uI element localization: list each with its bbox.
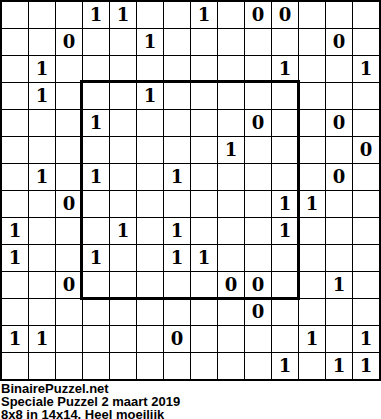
cell-r6c2[interactable]	[29, 137, 55, 163]
cell-r4c14[interactable]	[353, 83, 379, 109]
cell-r6c7[interactable]	[164, 137, 190, 163]
cell-r12c3[interactable]	[56, 299, 82, 325]
cell-r3c14: 1	[353, 56, 379, 82]
cell-r7c7: 1	[164, 164, 190, 190]
cell-r7c9[interactable]	[218, 164, 244, 190]
cell-r6c3[interactable]	[56, 137, 82, 163]
cell-r7c14[interactable]	[353, 164, 379, 190]
cell-r11c5[interactable]	[110, 272, 136, 298]
cell-r13c13[interactable]	[326, 326, 352, 352]
cell-r2c2[interactable]	[29, 29, 55, 55]
cell-r7c6[interactable]	[137, 164, 163, 190]
cell-r1c9[interactable]	[218, 2, 244, 28]
cell-r10c11[interactable]	[272, 245, 298, 271]
cell-r2c7[interactable]	[164, 29, 190, 55]
cell-r1c1[interactable]	[2, 2, 28, 28]
cell-r12c12[interactable]	[299, 299, 325, 325]
cell-r4c13[interactable]	[326, 83, 352, 109]
cell-r6c14: 0	[353, 137, 379, 163]
cell-r2c13: 0	[326, 29, 352, 55]
cell-r14c13: 1	[326, 353, 352, 379]
cell-r3c5[interactable]	[110, 56, 136, 82]
cell-r8c13[interactable]	[326, 191, 352, 217]
cell-r11c9: 0	[218, 272, 244, 298]
cell-r10c3[interactable]	[56, 245, 82, 271]
cell-r10c12[interactable]	[299, 245, 325, 271]
cell-r4c1[interactable]	[2, 83, 28, 109]
cell-r4c7[interactable]	[164, 83, 190, 109]
cell-r6c8[interactable]	[191, 137, 217, 163]
cell-r5c1[interactable]	[2, 110, 28, 136]
cell-r5c4: 1	[83, 110, 109, 136]
cell-r11c2[interactable]	[29, 272, 55, 298]
cell-r9c3[interactable]	[56, 218, 82, 244]
cell-r4c12[interactable]	[299, 83, 325, 109]
cell-r14c11: 1	[272, 353, 298, 379]
cell-r5c11[interactable]	[272, 110, 298, 136]
puzzle-grid: 1110001011111100101110011111111110001011…	[0, 0, 381, 381]
cell-r3c11: 1	[272, 56, 298, 82]
cell-r7c4: 1	[83, 164, 109, 190]
cell-r10c4: 1	[83, 245, 109, 271]
cell-r10c5[interactable]	[110, 245, 136, 271]
cell-r3c7[interactable]	[164, 56, 190, 82]
cell-r2c8[interactable]	[191, 29, 217, 55]
cell-r14c14: 1	[353, 353, 379, 379]
cell-r13c10[interactable]	[245, 326, 271, 352]
cell-r3c4[interactable]	[83, 56, 109, 82]
cell-r10c6[interactable]	[137, 245, 163, 271]
cell-r7c5[interactable]	[110, 164, 136, 190]
cell-r8c6[interactable]	[137, 191, 163, 217]
cell-r4c11[interactable]	[272, 83, 298, 109]
cell-r8c9[interactable]	[218, 191, 244, 217]
cell-r6c5[interactable]	[110, 137, 136, 163]
cell-r9c4[interactable]	[83, 218, 109, 244]
cell-r11c6[interactable]	[137, 272, 163, 298]
cell-r12c6[interactable]	[137, 299, 163, 325]
cell-r12c14[interactable]	[353, 299, 379, 325]
cell-r13c9[interactable]	[218, 326, 244, 352]
cell-r7c10[interactable]	[245, 164, 271, 190]
cell-r6c12[interactable]	[299, 137, 325, 163]
cell-r2c6: 1	[137, 29, 163, 55]
cell-r10c7: 1	[164, 245, 190, 271]
puzzle-page: 1110001011111100101110011111111110001011…	[0, 0, 381, 419]
cell-r11c8[interactable]	[191, 272, 217, 298]
cell-r7c12[interactable]	[299, 164, 325, 190]
cell-r6c9: 1	[218, 137, 244, 163]
cell-r7c1[interactable]	[2, 164, 28, 190]
cell-r4c10[interactable]	[245, 83, 271, 109]
cell-r7c3[interactable]	[56, 164, 82, 190]
cell-r5c5[interactable]	[110, 110, 136, 136]
cell-r4c8[interactable]	[191, 83, 217, 109]
cell-r10c9[interactable]	[218, 245, 244, 271]
cell-r14c1[interactable]	[2, 353, 28, 379]
cell-r13c7: 0	[164, 326, 190, 352]
cell-r12c7[interactable]	[164, 299, 190, 325]
cell-r5c9[interactable]	[218, 110, 244, 136]
cell-r11c7[interactable]	[164, 272, 190, 298]
cell-r13c3[interactable]	[56, 326, 82, 352]
cell-r6c13[interactable]	[326, 137, 352, 163]
cell-r13c6[interactable]	[137, 326, 163, 352]
cell-r9c12[interactable]	[299, 218, 325, 244]
cell-r9c9[interactable]	[218, 218, 244, 244]
cell-r2c14[interactable]	[353, 29, 379, 55]
cell-r4c4[interactable]	[83, 83, 109, 109]
cell-r7c13: 0	[326, 164, 352, 190]
cell-r4c2: 1	[29, 83, 55, 109]
cell-r4c5[interactable]	[110, 83, 136, 109]
cell-r2c11[interactable]	[272, 29, 298, 55]
cell-r12c2[interactable]	[29, 299, 55, 325]
cell-r3c3[interactable]	[56, 56, 82, 82]
cell-r3c1[interactable]	[2, 56, 28, 82]
cell-r5c10: 0	[245, 110, 271, 136]
cell-r9c11: 1	[272, 218, 298, 244]
cell-r8c7[interactable]	[164, 191, 190, 217]
cell-r12c8[interactable]	[191, 299, 217, 325]
cell-r2c4[interactable]	[83, 29, 109, 55]
cell-r9c8[interactable]	[191, 218, 217, 244]
cell-r11c12[interactable]	[299, 272, 325, 298]
cell-r1c5: 1	[110, 2, 136, 28]
cell-r12c13[interactable]	[326, 299, 352, 325]
cell-r6c11[interactable]	[272, 137, 298, 163]
cell-r9c6[interactable]	[137, 218, 163, 244]
cell-r12c9[interactable]	[218, 299, 244, 325]
cell-r8c12: 1	[299, 191, 325, 217]
cell-r13c14: 1	[353, 326, 379, 352]
cell-r4c3[interactable]	[56, 83, 82, 109]
cell-r14c8[interactable]	[191, 353, 217, 379]
cell-r10c10[interactable]	[245, 245, 271, 271]
cell-r6c6[interactable]	[137, 137, 163, 163]
cell-r3c6[interactable]	[137, 56, 163, 82]
cell-r1c13[interactable]	[326, 2, 352, 28]
cell-r5c6[interactable]	[137, 110, 163, 136]
cell-r10c14[interactable]	[353, 245, 379, 271]
cell-r5c3[interactable]	[56, 110, 82, 136]
cell-r9c10[interactable]	[245, 218, 271, 244]
cell-r8c11: 1	[272, 191, 298, 217]
footer-subtitle: 8x8 in 14x14, Heel moeilijk	[1, 408, 380, 419]
cell-r11c11[interactable]	[272, 272, 298, 298]
cell-r13c2: 1	[29, 326, 55, 352]
cell-r8c5[interactable]	[110, 191, 136, 217]
cell-r13c11[interactable]	[272, 326, 298, 352]
cell-r5c13: 0	[326, 110, 352, 136]
cell-r5c8[interactable]	[191, 110, 217, 136]
cell-r12c1[interactable]	[2, 299, 28, 325]
cell-r8c14[interactable]	[353, 191, 379, 217]
cell-r1c12[interactable]	[299, 2, 325, 28]
cell-r2c1[interactable]	[2, 29, 28, 55]
cell-r5c2[interactable]	[29, 110, 55, 136]
cell-r5c7[interactable]	[164, 110, 190, 136]
cell-r6c4[interactable]	[83, 137, 109, 163]
cell-r8c10[interactable]	[245, 191, 271, 217]
cell-r9c1: 1	[2, 218, 28, 244]
cell-r11c1[interactable]	[2, 272, 28, 298]
cell-r14c5[interactable]	[110, 353, 136, 379]
cell-r14c3[interactable]	[56, 353, 82, 379]
cell-r11c3: 0	[56, 272, 82, 298]
cell-r1c8: 1	[191, 2, 217, 28]
cell-r14c7[interactable]	[164, 353, 190, 379]
cell-r9c13[interactable]	[326, 218, 352, 244]
cell-r9c14[interactable]	[353, 218, 379, 244]
footer: BinairePuzzel.net Speciale Puzzel 2 maar…	[0, 381, 381, 419]
cell-r4c6: 1	[137, 83, 163, 109]
cell-r13c5[interactable]	[110, 326, 136, 352]
puzzle-board: 1110001011111100101110011111111110001011…	[0, 0, 381, 381]
cell-r14c10[interactable]	[245, 353, 271, 379]
cell-r14c6[interactable]	[137, 353, 163, 379]
cell-r8c4[interactable]	[83, 191, 109, 217]
cell-r12c11[interactable]	[272, 299, 298, 325]
cell-r14c12[interactable]	[299, 353, 325, 379]
cell-r7c11[interactable]	[272, 164, 298, 190]
cell-r11c10: 0	[245, 272, 271, 298]
cell-r12c4[interactable]	[83, 299, 109, 325]
cell-r13c1: 1	[2, 326, 28, 352]
cell-r10c8: 1	[191, 245, 217, 271]
cell-r1c7[interactable]	[164, 2, 190, 28]
cell-r6c10[interactable]	[245, 137, 271, 163]
cell-r1c2[interactable]	[29, 2, 55, 28]
cell-r5c14[interactable]	[353, 110, 379, 136]
cell-r10c13[interactable]	[326, 245, 352, 271]
cell-r5c12[interactable]	[299, 110, 325, 136]
cell-r3c12[interactable]	[299, 56, 325, 82]
cell-r8c1[interactable]	[2, 191, 28, 217]
cell-r14c2[interactable]	[29, 353, 55, 379]
cell-r14c9[interactable]	[218, 353, 244, 379]
cell-r12c5[interactable]	[110, 299, 136, 325]
cell-r3c8[interactable]	[191, 56, 217, 82]
cell-r9c2[interactable]	[29, 218, 55, 244]
cell-r3c2: 1	[29, 56, 55, 82]
cell-r4c9[interactable]	[218, 83, 244, 109]
cell-r11c4[interactable]	[83, 272, 109, 298]
cell-r3c9[interactable]	[218, 56, 244, 82]
cell-r9c7: 1	[164, 218, 190, 244]
cell-r8c8[interactable]	[191, 191, 217, 217]
cell-r2c10[interactable]	[245, 29, 271, 55]
cell-r11c14[interactable]	[353, 272, 379, 298]
cell-r2c5[interactable]	[110, 29, 136, 55]
cell-r1c6[interactable]	[137, 2, 163, 28]
cell-r8c2[interactable]	[29, 191, 55, 217]
cell-r13c4[interactable]	[83, 326, 109, 352]
cell-r6c1[interactable]	[2, 137, 28, 163]
cell-r2c12[interactable]	[299, 29, 325, 55]
cell-r12c10: 0	[245, 299, 271, 325]
cell-r1c10: 0	[245, 2, 271, 28]
cell-r1c14[interactable]	[353, 2, 379, 28]
cell-r2c3: 0	[56, 29, 82, 55]
cell-r10c1: 1	[2, 245, 28, 271]
cell-r14c4[interactable]	[83, 353, 109, 379]
cell-r13c12: 1	[299, 326, 325, 352]
cell-r1c4: 1	[83, 2, 109, 28]
cell-r8c3: 0	[56, 191, 82, 217]
cell-r3c10[interactable]	[245, 56, 271, 82]
cell-r2c9[interactable]	[218, 29, 244, 55]
cell-r7c2: 1	[29, 164, 55, 190]
cell-r7c8[interactable]	[191, 164, 217, 190]
cell-r10c2[interactable]	[29, 245, 55, 271]
cell-r13c8[interactable]	[191, 326, 217, 352]
cell-r1c11: 0	[272, 2, 298, 28]
cell-r11c13: 1	[326, 272, 352, 298]
cell-r1c3[interactable]	[56, 2, 82, 28]
cell-r3c13[interactable]	[326, 56, 352, 82]
cell-r9c5: 1	[110, 218, 136, 244]
